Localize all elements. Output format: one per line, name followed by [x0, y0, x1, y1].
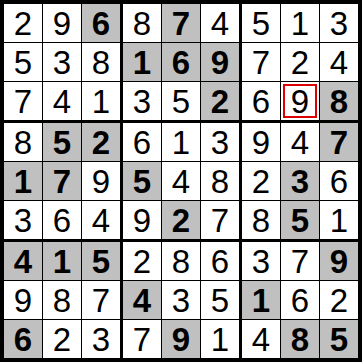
cell-r2c3[interactable]: 8	[82, 43, 123, 82]
cell-r3c1[interactable]: 7	[4, 82, 43, 123]
cell-r1c7[interactable]: 5	[242, 4, 281, 43]
cell-r4c3[interactable]: 2	[82, 123, 123, 162]
cell-r1c4[interactable]: 8	[123, 4, 162, 43]
cell-r6c8[interactable]: 5	[281, 201, 320, 242]
cell-r8c6[interactable]: 5	[201, 281, 242, 320]
cell-r6c7[interactable]: 8	[242, 201, 281, 242]
cell-r7c3[interactable]: 5	[82, 242, 123, 281]
cell-r2c4[interactable]: 1	[123, 43, 162, 82]
cell-r2c5[interactable]: 6	[162, 43, 201, 82]
cell-r4c2[interactable]: 5	[43, 123, 82, 162]
cell-r9c7[interactable]: 4	[242, 320, 281, 358]
cell-r6c9[interactable]: 1	[320, 201, 358, 242]
cell-r8c9[interactable]: 2	[320, 281, 358, 320]
cell-r6c1[interactable]: 3	[4, 201, 43, 242]
cell-r6c4[interactable]: 9	[123, 201, 162, 242]
cell-r4c6[interactable]: 3	[201, 123, 242, 162]
cell-r8c5[interactable]: 3	[162, 281, 201, 320]
cell-r2c9[interactable]: 4	[320, 43, 358, 82]
cell-r4c4[interactable]: 6	[123, 123, 162, 162]
cell-r7c4[interactable]: 2	[123, 242, 162, 281]
cell-r4c9[interactable]: 7	[320, 123, 358, 162]
cell-r5c8[interactable]: 3	[281, 162, 320, 201]
cell-r1c5[interactable]: 7	[162, 4, 201, 43]
cell-r3c3[interactable]: 1	[82, 82, 123, 123]
cell-r3c4[interactable]: 3	[123, 82, 162, 123]
cell-r8c2[interactable]: 8	[43, 281, 82, 320]
cell-r6c6[interactable]: 7	[201, 201, 242, 242]
cell-r7c6[interactable]: 6	[201, 242, 242, 281]
cell-r6c3[interactable]: 4	[82, 201, 123, 242]
cell-r9c9[interactable]: 5	[320, 320, 358, 358]
cell-r1c2[interactable]: 9	[43, 4, 82, 43]
cell-r9c2[interactable]: 2	[43, 320, 82, 358]
cell-r3c8[interactable]: 9	[281, 82, 320, 123]
cell-r9c6[interactable]: 1	[201, 320, 242, 358]
cell-r7c9[interactable]: 9	[320, 242, 358, 281]
cell-r4c1[interactable]: 8	[4, 123, 43, 162]
cell-r8c7[interactable]: 1	[242, 281, 281, 320]
cell-r2c6[interactable]: 9	[201, 43, 242, 82]
cell-r9c3[interactable]: 3	[82, 320, 123, 358]
cell-r7c2[interactable]: 1	[43, 242, 82, 281]
cell-r8c8[interactable]: 6	[281, 281, 320, 320]
cell-r9c5[interactable]: 9	[162, 320, 201, 358]
cell-r8c1[interactable]: 9	[4, 281, 43, 320]
cell-r9c8[interactable]: 8	[281, 320, 320, 358]
cell-r3c5[interactable]: 5	[162, 82, 201, 123]
cell-r8c3[interactable]: 7	[82, 281, 123, 320]
cell-r3c9[interactable]: 8	[320, 82, 358, 123]
cell-r5c5[interactable]: 4	[162, 162, 201, 201]
cell-r5c1[interactable]: 1	[4, 162, 43, 201]
cell-r1c1[interactable]: 2	[4, 4, 43, 43]
cell-r7c8[interactable]: 7	[281, 242, 320, 281]
cell-r5c3[interactable]: 9	[82, 162, 123, 201]
cell-r3c7[interactable]: 6	[242, 82, 281, 123]
cell-r4c5[interactable]: 1	[162, 123, 201, 162]
cell-r3c2[interactable]: 4	[43, 82, 82, 123]
cell-r7c7[interactable]: 3	[242, 242, 281, 281]
cell-r6c2[interactable]: 6	[43, 201, 82, 242]
cell-r4c7[interactable]: 9	[242, 123, 281, 162]
cell-r5c2[interactable]: 7	[43, 162, 82, 201]
cell-r5c4[interactable]: 5	[123, 162, 162, 201]
cell-r4c8[interactable]: 4	[281, 123, 320, 162]
cell-r1c9[interactable]: 3	[320, 4, 358, 43]
cell-r6c5[interactable]: 2	[162, 201, 201, 242]
cell-r5c7[interactable]: 2	[242, 162, 281, 201]
cell-r2c7[interactable]: 7	[242, 43, 281, 82]
cell-r7c5[interactable]: 8	[162, 242, 201, 281]
cell-r8c4[interactable]: 4	[123, 281, 162, 320]
cell-r7c1[interactable]: 4	[4, 242, 43, 281]
cell-r1c8[interactable]: 1	[281, 4, 320, 43]
cell-r2c1[interactable]: 5	[4, 43, 43, 82]
cell-r5c9[interactable]: 6	[320, 162, 358, 201]
cell-r3c6[interactable]: 2	[201, 82, 242, 123]
sudoku-board: 2968745135381697247413526988526139471795…	[0, 0, 362, 362]
cell-r1c6[interactable]: 4	[201, 4, 242, 43]
cell-r2c8[interactable]: 2	[281, 43, 320, 82]
cell-r5c6[interactable]: 8	[201, 162, 242, 201]
cell-r9c4[interactable]: 7	[123, 320, 162, 358]
cell-r2c2[interactable]: 3	[43, 43, 82, 82]
cell-r1c3[interactable]: 6	[82, 4, 123, 43]
cell-r9c1[interactable]: 6	[4, 320, 43, 358]
